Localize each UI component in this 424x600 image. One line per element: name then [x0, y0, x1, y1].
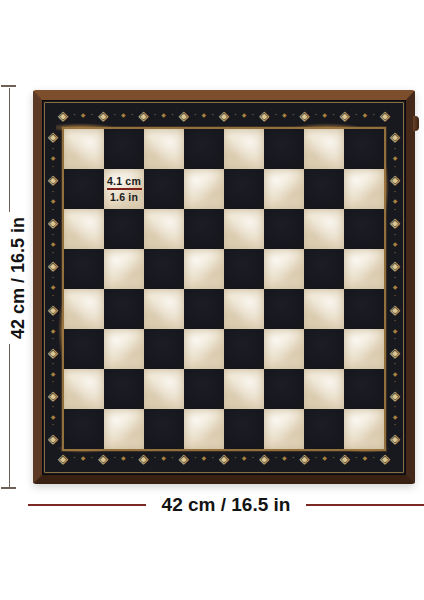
square-a6 [344, 329, 384, 369]
square-c1 [264, 129, 304, 169]
square-f7 [144, 369, 184, 409]
square-size-annotation: 4.1 cm 1.6 in [104, 169, 144, 209]
square-size-in-label: 1.6 in [110, 191, 138, 203]
chess-board-field: 4.1 cm 1.6 in [64, 129, 384, 449]
square-a2 [344, 169, 384, 209]
square-a1 [344, 129, 384, 169]
square-g5 [104, 289, 144, 329]
square-e3 [184, 209, 224, 249]
width-dimension: 42 cm / 16.5 in [28, 494, 424, 516]
square-b6 [304, 329, 344, 369]
square-h4 [64, 249, 104, 289]
square-f2 [144, 169, 184, 209]
square-g6 [104, 329, 144, 369]
square-g4 [104, 249, 144, 289]
square-h6 [64, 329, 104, 369]
square-e1 [184, 129, 224, 169]
square-b8 [304, 409, 344, 449]
square-a3 [344, 209, 384, 249]
square-a4 [344, 249, 384, 289]
chess-board: ◈·◆·◈·◆·◈·◆·◈·◆·◈·◆·◈·◆·◈·◆·◈·◆·◈ ◈·◆·◈·… [33, 90, 415, 484]
square-c6 [264, 329, 304, 369]
square-c8 [264, 409, 304, 449]
square-e7 [184, 369, 224, 409]
height-dimension-bottom-tick [1, 487, 16, 489]
square-c4 [264, 249, 304, 289]
square-h2 [64, 169, 104, 209]
square-d8 [224, 409, 264, 449]
square-f1 [144, 129, 184, 169]
square-b4 [304, 249, 344, 289]
square-f3 [144, 209, 184, 249]
square-d2 [224, 169, 264, 209]
board-width-label: 42 cm / 16.5 in [146, 494, 307, 516]
board-height-label: 42 cm / 16.5 in [9, 212, 27, 344]
square-a5 [344, 289, 384, 329]
square-c7 [264, 369, 304, 409]
square-e6 [184, 329, 224, 369]
square-h8 [64, 409, 104, 449]
square-e5 [184, 289, 224, 329]
square-e2 [184, 169, 224, 209]
square-b3 [304, 209, 344, 249]
square-f4 [144, 249, 184, 289]
square-b2 [304, 169, 344, 209]
square-h3 [64, 209, 104, 249]
square-d4 [224, 249, 264, 289]
square-c5 [264, 289, 304, 329]
square-a7 [344, 369, 384, 409]
square-d5 [224, 289, 264, 329]
square-size-cm-label: 4.1 cm [107, 175, 141, 187]
height-dimension-top-tick [1, 85, 16, 87]
square-d6 [224, 329, 264, 369]
square-e4 [184, 249, 224, 289]
square-b5 [304, 289, 344, 329]
square-d3 [224, 209, 264, 249]
square-h7 [64, 369, 104, 409]
square-a8 [344, 409, 384, 449]
square-g7 [104, 369, 144, 409]
square-b7 [304, 369, 344, 409]
square-g8 [104, 409, 144, 449]
square-h5 [64, 289, 104, 329]
square-f5 [144, 289, 184, 329]
width-dimension-right-segment [306, 504, 424, 506]
square-b1 [304, 129, 344, 169]
square-g3 [104, 209, 144, 249]
square-f6 [144, 329, 184, 369]
square-f8 [144, 409, 184, 449]
square-g1 [104, 129, 144, 169]
square-c3 [264, 209, 304, 249]
board-edge-clasp [413, 116, 419, 131]
square-c2 [264, 169, 304, 209]
square-e8 [184, 409, 224, 449]
square-h1 [64, 129, 104, 169]
square-d7 [224, 369, 264, 409]
square-size-underline [107, 188, 142, 190]
product-photo-page: 42 cm / 16.5 in ◈·◆·◈·◆·◈·◆·◈·◆·◈·◆·◈·◆·… [0, 0, 424, 600]
square-d1 [224, 129, 264, 169]
width-dimension-left-segment [28, 504, 146, 506]
